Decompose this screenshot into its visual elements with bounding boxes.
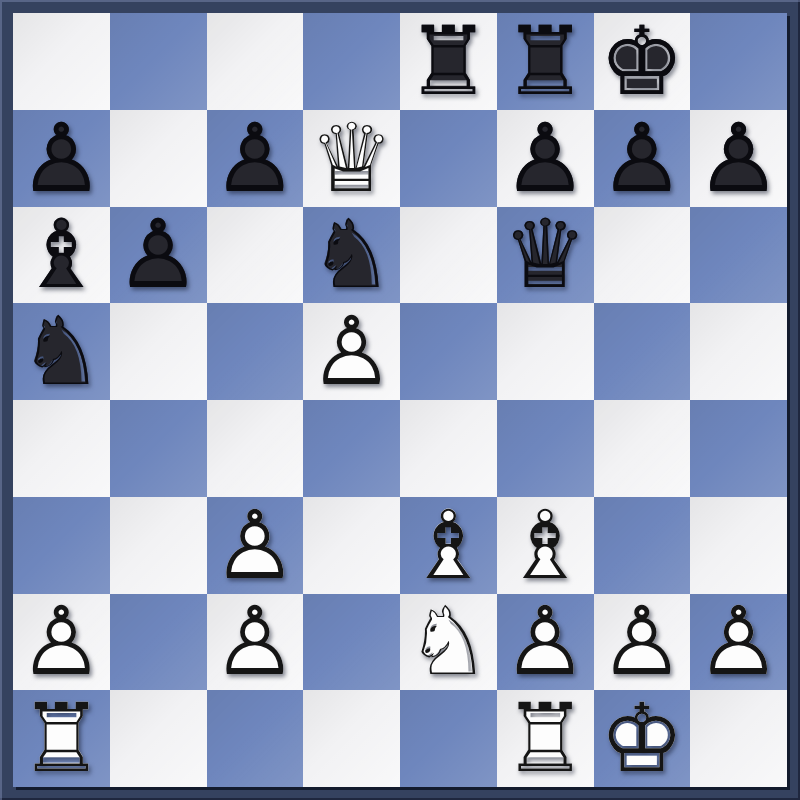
square-a6[interactable]: ♝♗	[13, 207, 110, 304]
square-a7[interactable]: ♟♙	[13, 110, 110, 207]
square-e2[interactable]: ♞♘	[400, 594, 497, 691]
piece-outline-glyph: ♘	[400, 594, 497, 691]
piece-outline-glyph: ♔	[594, 13, 691, 110]
piece-outline-glyph: ♙	[207, 497, 304, 594]
piece-bP-b6: ♟♙	[110, 207, 207, 304]
square-c7[interactable]: ♟♙	[207, 110, 304, 207]
piece-bK-g8: ♚♔	[594, 13, 691, 110]
square-d5[interactable]: ♟♙	[303, 303, 400, 400]
piece-outline-glyph: ♙	[13, 110, 110, 207]
square-b7[interactable]	[110, 110, 207, 207]
square-g8[interactable]: ♚♔	[594, 13, 691, 110]
square-h1[interactable]	[690, 690, 787, 787]
square-h6[interactable]	[690, 207, 787, 304]
square-h2[interactable]: ♟♙	[690, 594, 787, 691]
square-a3[interactable]	[13, 497, 110, 594]
piece-bP-c7: ♟♙	[207, 110, 304, 207]
piece-wQ-d7: ♛♕	[303, 110, 400, 207]
piece-outline-glyph: ♘	[13, 303, 110, 400]
piece-wN-e2: ♞♘	[400, 594, 497, 691]
piece-outline-glyph: ♕	[497, 207, 594, 304]
piece-bP-a7: ♟♙	[13, 110, 110, 207]
piece-bR-e8: ♜♖	[400, 13, 497, 110]
square-e7[interactable]	[400, 110, 497, 207]
piece-outline-glyph: ♙	[690, 110, 787, 207]
square-d4[interactable]	[303, 400, 400, 497]
square-f8[interactable]: ♜♖	[497, 13, 594, 110]
square-d1[interactable]	[303, 690, 400, 787]
piece-outline-glyph: ♙	[13, 594, 110, 691]
square-f6[interactable]: ♛♕	[497, 207, 594, 304]
square-g1[interactable]: ♚♔	[594, 690, 691, 787]
board-frame: ♜♖♜♖♚♔♟♙♟♙♛♕♟♙♟♙♟♙♝♗♟♙♞♘♛♕♞♘♟♙♟♙♝♗♝♗♟♙♟♙…	[0, 0, 800, 800]
square-d6[interactable]: ♞♘	[303, 207, 400, 304]
square-c6[interactable]	[207, 207, 304, 304]
piece-wP-c3: ♟♙	[207, 497, 304, 594]
piece-outline-glyph: ♖	[497, 13, 594, 110]
square-c8[interactable]	[207, 13, 304, 110]
piece-bP-f7: ♟♙	[497, 110, 594, 207]
piece-wP-g2: ♟♙	[594, 594, 691, 691]
square-g7[interactable]: ♟♙	[594, 110, 691, 207]
piece-bN-a5: ♞♘	[13, 303, 110, 400]
piece-outline-glyph: ♕	[303, 110, 400, 207]
piece-outline-glyph: ♙	[207, 110, 304, 207]
piece-wP-f2: ♟♙	[497, 594, 594, 691]
piece-bQ-f6: ♛♕	[497, 207, 594, 304]
square-f4[interactable]	[497, 400, 594, 497]
square-e5[interactable]	[400, 303, 497, 400]
chess-board: ♜♖♜♖♚♔♟♙♟♙♛♕♟♙♟♙♟♙♝♗♟♙♞♘♛♕♞♘♟♙♟♙♝♗♝♗♟♙♟♙…	[13, 13, 787, 787]
square-g6[interactable]	[594, 207, 691, 304]
square-h5[interactable]	[690, 303, 787, 400]
square-g2[interactable]: ♟♙	[594, 594, 691, 691]
piece-wP-h2: ♟♙	[690, 594, 787, 691]
square-d8[interactable]	[303, 13, 400, 110]
piece-outline-glyph: ♙	[303, 303, 400, 400]
piece-outline-glyph: ♙	[690, 594, 787, 691]
piece-wP-a2: ♟♙	[13, 594, 110, 691]
square-e4[interactable]	[400, 400, 497, 497]
piece-outline-glyph: ♙	[207, 594, 304, 691]
square-c3[interactable]: ♟♙	[207, 497, 304, 594]
piece-outline-glyph: ♙	[497, 110, 594, 207]
square-g4[interactable]	[594, 400, 691, 497]
square-c4[interactable]	[207, 400, 304, 497]
square-h3[interactable]	[690, 497, 787, 594]
square-b2[interactable]	[110, 594, 207, 691]
piece-outline-glyph: ♙	[594, 110, 691, 207]
piece-outline-glyph: ♗	[400, 497, 497, 594]
piece-wR-f1: ♜♖	[497, 690, 594, 787]
square-b4[interactable]	[110, 400, 207, 497]
square-a2[interactable]: ♟♙	[13, 594, 110, 691]
piece-outline-glyph: ♙	[110, 207, 207, 304]
piece-bP-h7: ♟♙	[690, 110, 787, 207]
piece-wR-a1: ♜♖	[13, 690, 110, 787]
square-e1[interactable]	[400, 690, 497, 787]
square-f5[interactable]	[497, 303, 594, 400]
square-a1[interactable]: ♜♖	[13, 690, 110, 787]
piece-outline-glyph: ♖	[497, 690, 594, 787]
square-a4[interactable]	[13, 400, 110, 497]
square-e3[interactable]: ♝♗	[400, 497, 497, 594]
piece-wB-f3: ♝♗	[497, 497, 594, 594]
square-f7[interactable]: ♟♙	[497, 110, 594, 207]
square-a5[interactable]: ♞♘	[13, 303, 110, 400]
piece-outline-glyph: ♗	[13, 207, 110, 304]
square-b3[interactable]	[110, 497, 207, 594]
square-f2[interactable]: ♟♙	[497, 594, 594, 691]
piece-outline-glyph: ♙	[594, 594, 691, 691]
square-e6[interactable]	[400, 207, 497, 304]
piece-bR-f8: ♜♖	[497, 13, 594, 110]
piece-bB-a6: ♝♗	[13, 207, 110, 304]
square-a8[interactable]	[13, 13, 110, 110]
piece-outline-glyph: ♔	[594, 690, 691, 787]
piece-outline-glyph: ♙	[497, 594, 594, 691]
square-d2[interactable]	[303, 594, 400, 691]
piece-outline-glyph: ♘	[303, 207, 400, 304]
square-g5[interactable]	[594, 303, 691, 400]
piece-wK-g1: ♚♔	[594, 690, 691, 787]
square-h7[interactable]: ♟♙	[690, 110, 787, 207]
square-d7[interactable]: ♛♕	[303, 110, 400, 207]
square-c1[interactable]	[207, 690, 304, 787]
piece-wP-d5: ♟♙	[303, 303, 400, 400]
square-b5[interactable]	[110, 303, 207, 400]
piece-outline-glyph: ♗	[497, 497, 594, 594]
square-b1[interactable]	[110, 690, 207, 787]
piece-bP-g7: ♟♙	[594, 110, 691, 207]
square-g3[interactable]	[594, 497, 691, 594]
piece-bN-d6: ♞♘	[303, 207, 400, 304]
square-b6[interactable]: ♟♙	[110, 207, 207, 304]
piece-wP-c2: ♟♙	[207, 594, 304, 691]
square-e8[interactable]: ♜♖	[400, 13, 497, 110]
square-f3[interactable]: ♝♗	[497, 497, 594, 594]
square-c2[interactable]: ♟♙	[207, 594, 304, 691]
piece-outline-glyph: ♖	[400, 13, 497, 110]
square-b8[interactable]	[110, 13, 207, 110]
square-h4[interactable]	[690, 400, 787, 497]
square-h8[interactable]	[690, 13, 787, 110]
square-f1[interactable]: ♜♖	[497, 690, 594, 787]
piece-outline-glyph: ♖	[13, 690, 110, 787]
square-d3[interactable]	[303, 497, 400, 594]
piece-wB-e3: ♝♗	[400, 497, 497, 594]
square-c5[interactable]	[207, 303, 304, 400]
